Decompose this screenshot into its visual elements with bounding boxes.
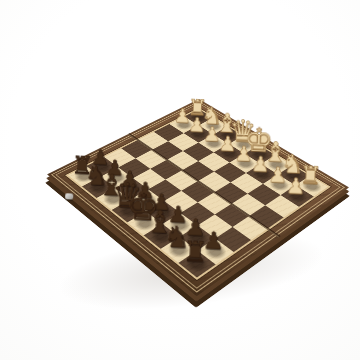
pawn-glyph: ♟ bbox=[276, 175, 316, 198]
scene-tilt: ♜♞♝♛♚♝♞♜♟♟♟♟♟♟♟♟♟♟♟♟♟♟♟♟♜♞♝♛♚♝♞♜ bbox=[0, 0, 360, 360]
latch-icon bbox=[65, 193, 73, 199]
rook-glyph: ♜ bbox=[173, 237, 218, 266]
chess-board: ♜♞♝♛♚♝♞♜♟♟♟♟♟♟♟♟♟♟♟♟♟♟♟♟♜♞♝♛♚♝♞♜ bbox=[47, 99, 349, 296]
pieces-layer: ♜♞♝♛♚♝♞♜♟♟♟♟♟♟♟♟♟♟♟♟♟♟♟♟♜♞♝♛♚♝♞♜ bbox=[47, 99, 349, 296]
perspective-wrapper: ♜♞♝♛♚♝♞♜♟♟♟♟♟♟♟♟♟♟♟♟♟♟♟♟♜♞♝♛♚♝♞♜ bbox=[0, 0, 360, 360]
product-photo-chess-set: ♜♞♝♛♚♝♞♜♟♟♟♟♟♟♟♟♟♟♟♟♟♟♟♟♜♞♝♛♚♝♞♜ bbox=[0, 0, 360, 360]
